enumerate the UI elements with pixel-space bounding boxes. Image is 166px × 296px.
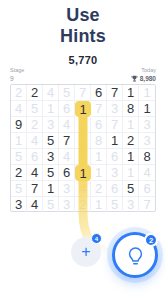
board-cell[interactable]: 1: [91, 197, 107, 212]
board-cell[interactable]: 1: [43, 101, 59, 117]
board-cell[interactable]: 4: [27, 133, 43, 149]
board-cell[interactable]: 3: [139, 117, 155, 133]
board-cell[interactable]: 2: [11, 85, 27, 101]
board-cell[interactable]: 6: [27, 149, 43, 165]
board-cell[interactable]: 6: [107, 181, 123, 197]
board-cell[interactable]: 1: [123, 117, 139, 133]
board-cell[interactable]: 4: [59, 117, 75, 133]
board-cell[interactable]: 1: [123, 85, 139, 101]
page-title: Use Hints: [0, 5, 166, 47]
board-cell[interactable]: 1: [107, 133, 123, 149]
board-cell[interactable]: 2: [123, 133, 139, 149]
title-line-2: Hints: [0, 26, 166, 47]
title-line-1: Use: [0, 5, 166, 26]
board-cell[interactable]: 1: [139, 85, 155, 101]
number-grid: 2245767114516173819234567131457681235634…: [10, 84, 156, 212]
hint-count-badge: 2: [144, 233, 158, 247]
board-cell[interactable]: 4: [59, 149, 75, 165]
board-cell[interactable]: 2: [27, 117, 43, 133]
board-cell[interactable]: 5: [11, 149, 27, 165]
board-cell[interactable]: 7: [59, 133, 75, 149]
board-cell[interactable]: 7: [91, 101, 107, 117]
today-label: Today: [131, 67, 156, 73]
today-score: 8,980: [140, 75, 156, 82]
board-cell[interactable]: 8: [91, 133, 107, 149]
board-cell[interactable]: 2: [11, 165, 27, 181]
board-cell[interactable]: 4: [27, 165, 43, 181]
board-cell[interactable]: 6: [139, 181, 155, 197]
board-cell[interactable]: 4: [75, 181, 91, 197]
board-cell[interactable]: 4: [11, 101, 27, 117]
board-cell[interactable]: 5: [43, 165, 59, 181]
score-value: 5,770: [0, 54, 166, 66]
board-cell[interactable]: 3: [139, 133, 155, 149]
board-cell[interactable]: 3: [43, 117, 59, 133]
trophy-icon: [131, 75, 138, 83]
board-cell[interactable]: 6: [59, 165, 75, 181]
board-cell[interactable]: 6: [107, 149, 123, 165]
board-cell[interactable]: 5: [43, 197, 59, 212]
board-cell[interactable]: 6: [91, 85, 107, 101]
lightbulb-icon: [125, 245, 146, 266]
board-cell[interactable]: 5: [27, 101, 43, 117]
board-cell[interactable]: 1: [91, 165, 107, 181]
board-cell[interactable]: 3: [107, 101, 123, 117]
board-cell[interactable]: 1: [139, 101, 155, 117]
board-cell[interactable]: 6: [91, 117, 107, 133]
stage-label: Stage: [10, 67, 24, 73]
board-cell[interactable]: 6: [59, 101, 75, 117]
board-cell[interactable]: 1: [43, 181, 59, 197]
board-cell[interactable]: 4: [27, 197, 43, 212]
stage-value: 9: [10, 75, 24, 82]
board-cell[interactable]: 3: [123, 197, 139, 212]
board-cell[interactable]: 5: [11, 181, 27, 197]
board-cell[interactable]: 1: [75, 165, 91, 181]
plus-icon: +: [81, 244, 90, 260]
board-cell[interactable]: 8: [123, 101, 139, 117]
board-cell[interactable]: 4: [139, 165, 155, 181]
board-cell[interactable]: 7: [75, 85, 91, 101]
board-cell[interactable]: 3: [43, 149, 59, 165]
board-cell[interactable]: 3: [107, 165, 123, 181]
board-cell[interactable]: 1: [91, 149, 107, 165]
board-cell[interactable]: 5: [43, 133, 59, 149]
board-cell[interactable]: 8: [139, 149, 155, 165]
hint-button[interactable]: 2: [112, 232, 158, 278]
today-info: Today 8,980: [131, 67, 156, 83]
board-cell[interactable]: 1: [123, 149, 139, 165]
board-cell[interactable]: 2: [75, 197, 91, 212]
board-cell[interactable]: 5: [107, 197, 123, 212]
add-numbers-button[interactable]: + 4: [71, 237, 101, 267]
board-cell[interactable]: 9: [11, 117, 27, 133]
board-cell[interactable]: 5: [59, 85, 75, 101]
board-cell[interactable]: 5: [75, 117, 91, 133]
board-cell[interactable]: 3: [59, 181, 75, 197]
stage-info: Stage 9: [10, 67, 24, 82]
board-cell[interactable]: 3: [59, 197, 75, 212]
board-cell[interactable]: 3: [11, 197, 27, 212]
board-cell[interactable]: 2: [27, 85, 43, 101]
board-cell[interactable]: 1: [11, 133, 27, 149]
board-cell[interactable]: 7: [107, 85, 123, 101]
board-cell[interactable]: 8: [75, 149, 91, 165]
board-cell[interactable]: 2: [91, 181, 107, 197]
board-cell[interactable]: 5: [123, 181, 139, 197]
add-count-badge: 4: [91, 233, 102, 244]
board-cell[interactable]: 7: [139, 197, 155, 212]
board-cell[interactable]: 1: [75, 101, 91, 117]
board-cell[interactable]: 1: [123, 165, 139, 181]
board-cell[interactable]: 6: [75, 133, 91, 149]
board-cell[interactable]: 4: [43, 85, 59, 101]
board-cell[interactable]: 7: [107, 117, 123, 133]
board-cell[interactable]: 7: [27, 181, 43, 197]
